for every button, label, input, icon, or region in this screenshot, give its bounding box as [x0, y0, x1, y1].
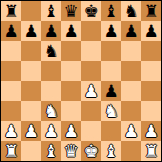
square-c7[interactable]: ♟: [41, 21, 61, 41]
square-b7[interactable]: ♟: [21, 21, 41, 41]
square-g4[interactable]: [121, 81, 141, 101]
square-b4[interactable]: [21, 81, 41, 101]
square-c6[interactable]: ♞: [41, 41, 61, 61]
square-f7[interactable]: ♟: [101, 21, 121, 41]
black-pawn-icon: ♟: [63, 21, 78, 41]
black-bishop-icon: ♝: [103, 1, 118, 21]
square-f1[interactable]: ♝: [101, 141, 121, 161]
black-knight-icon: ♞: [43, 41, 58, 61]
black-pawn-icon: ♟: [123, 21, 138, 41]
black-pawn-icon: ♟: [43, 21, 58, 41]
square-g8[interactable]: ♞: [121, 1, 141, 21]
square-b1[interactable]: [21, 141, 41, 161]
square-c3[interactable]: ♞: [41, 101, 61, 121]
white-knight-icon: ♞: [103, 101, 118, 121]
square-b5[interactable]: [21, 61, 41, 81]
square-c5[interactable]: [41, 61, 61, 81]
square-a2[interactable]: ♟: [1, 121, 21, 141]
black-knight-icon: ♞: [123, 1, 138, 21]
chess-board: ♜♝♛♚♝♞♜♟♟♟♟♟♟♟♞♟♟♞♞♟♟♟♟♟♟♜♝♛♚♝♜: [0, 0, 162, 162]
square-f3[interactable]: ♞: [101, 101, 121, 121]
square-g5[interactable]: [121, 61, 141, 81]
square-h8[interactable]: ♜: [141, 1, 161, 21]
square-e3[interactable]: [81, 101, 101, 121]
white-pawn-icon: ♟: [63, 121, 78, 141]
square-d2[interactable]: ♟: [61, 121, 81, 141]
white-pawn-icon: ♟: [123, 121, 138, 141]
square-e1[interactable]: ♚: [81, 141, 101, 161]
square-f5[interactable]: [101, 61, 121, 81]
white-rook-icon: ♜: [3, 141, 18, 161]
square-a3[interactable]: [1, 101, 21, 121]
square-d1[interactable]: ♛: [61, 141, 81, 161]
square-c4[interactable]: [41, 81, 61, 101]
white-pawn-icon: ♟: [23, 121, 38, 141]
square-e6[interactable]: [81, 41, 101, 61]
white-pawn-icon: ♟: [143, 121, 158, 141]
square-d4[interactable]: [61, 81, 81, 101]
square-g7[interactable]: ♟: [121, 21, 141, 41]
square-g3[interactable]: [121, 101, 141, 121]
square-b2[interactable]: ♟: [21, 121, 41, 141]
square-b3[interactable]: [21, 101, 41, 121]
chess-board-window: ♜♝♛♚♝♞♜♟♟♟♟♟♟♟♞♟♟♞♞♟♟♟♟♟♟♜♝♛♚♝♜: [0, 0, 162, 162]
white-rook-icon: ♜: [143, 141, 158, 161]
square-e4[interactable]: ♟: [81, 81, 101, 101]
square-b8[interactable]: [21, 1, 41, 21]
square-a5[interactable]: [1, 61, 21, 81]
black-pawn-icon: ♟: [143, 21, 158, 41]
black-pawn-icon: ♟: [3, 21, 18, 41]
square-c8[interactable]: ♝: [41, 1, 61, 21]
white-queen-icon: ♛: [63, 141, 78, 161]
square-d5[interactable]: [61, 61, 81, 81]
square-c2[interactable]: ♟: [41, 121, 61, 141]
square-d3[interactable]: [61, 101, 81, 121]
square-h1[interactable]: ♜: [141, 141, 161, 161]
square-h7[interactable]: ♟: [141, 21, 161, 41]
square-b6[interactable]: [21, 41, 41, 61]
black-pawn-icon: ♟: [103, 21, 118, 41]
black-pawn-icon: ♟: [103, 81, 118, 101]
square-c1[interactable]: ♝: [41, 141, 61, 161]
square-f4[interactable]: ♟: [101, 81, 121, 101]
square-e5[interactable]: [81, 61, 101, 81]
black-queen-icon: ♛: [63, 1, 78, 21]
square-g6[interactable]: [121, 41, 141, 61]
square-f2[interactable]: [101, 121, 121, 141]
square-d8[interactable]: ♛: [61, 1, 81, 21]
square-a8[interactable]: ♜: [1, 1, 21, 21]
square-g1[interactable]: [121, 141, 141, 161]
white-pawn-icon: ♟: [83, 81, 98, 101]
square-d7[interactable]: ♟: [61, 21, 81, 41]
square-g2[interactable]: ♟: [121, 121, 141, 141]
square-h4[interactable]: [141, 81, 161, 101]
black-king-icon: ♚: [83, 1, 98, 21]
white-bishop-icon: ♝: [103, 141, 118, 161]
square-e7[interactable]: [81, 21, 101, 41]
square-e2[interactable]: [81, 121, 101, 141]
white-king-icon: ♚: [83, 141, 98, 161]
square-e8[interactable]: ♚: [81, 1, 101, 21]
square-h2[interactable]: ♟: [141, 121, 161, 141]
square-f8[interactable]: ♝: [101, 1, 121, 21]
black-rook-icon: ♜: [143, 1, 158, 21]
square-h3[interactable]: [141, 101, 161, 121]
square-a1[interactable]: ♜: [1, 141, 21, 161]
black-rook-icon: ♜: [3, 1, 18, 21]
square-f6[interactable]: [101, 41, 121, 61]
black-bishop-icon: ♝: [43, 1, 58, 21]
square-h6[interactable]: [141, 41, 161, 61]
white-pawn-icon: ♟: [3, 121, 18, 141]
black-pawn-icon: ♟: [23, 21, 38, 41]
white-bishop-icon: ♝: [43, 141, 58, 161]
square-a7[interactable]: ♟: [1, 21, 21, 41]
white-knight-icon: ♞: [43, 101, 58, 121]
square-a6[interactable]: [1, 41, 21, 61]
square-h5[interactable]: [141, 61, 161, 81]
square-a4[interactable]: [1, 81, 21, 101]
square-d6[interactable]: [61, 41, 81, 61]
white-pawn-icon: ♟: [43, 121, 58, 141]
